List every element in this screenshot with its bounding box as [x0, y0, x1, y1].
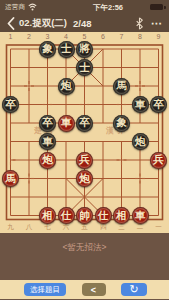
piece-black-r1c4[interactable]: 士 — [58, 41, 75, 58]
piece-red-r10c3[interactable]: 相 — [39, 207, 56, 224]
col-label-top: 7 — [120, 33, 124, 40]
col-label-bottom: 四 — [100, 223, 107, 232]
col-label-top: 9 — [157, 33, 161, 40]
piece-black-r5c3[interactable]: 卒 — [39, 115, 56, 132]
undo-move-button[interactable]: < — [82, 283, 106, 296]
piece-red-r7c5[interactable]: 兵 — [76, 152, 93, 169]
select-puzzle-button[interactable]: 选择题目 — [24, 283, 66, 296]
piece-red-r7c9[interactable]: 兵 — [150, 152, 167, 169]
col-label-top: 2 — [27, 33, 31, 40]
col-label-bottom: 八 — [26, 223, 33, 232]
status-bar: 运营商 下午2:56 — [0, 0, 169, 14]
piece-black-r5c7[interactable]: 象 — [113, 115, 130, 132]
nav-bar: 02.捉双(二) 2/48 ⋯ — [0, 14, 169, 32]
board[interactable]: 楚河 漢界 123456789九八七六五四三二一象士將士炮馬卒車卒卒車卒象車炮炮… — [0, 32, 169, 233]
piece-red-r8c5[interactable]: 炮 — [76, 170, 93, 187]
col-label-bottom: 三 — [118, 223, 125, 232]
app-window: 运营商 下午2:56 02.捉双(二) 2/48 ⋯ 楚河 漢界 1234567… — [0, 0, 169, 300]
piece-red-r10c7[interactable]: 相 — [113, 207, 130, 224]
piece-black-r1c5[interactable]: 將 — [76, 41, 93, 58]
reset-board-button[interactable]: ↻ — [121, 283, 147, 296]
piece-red-r8c1[interactable]: 馬 — [2, 170, 19, 187]
piece-black-r4c8[interactable]: 車 — [132, 96, 149, 113]
piece-black-r4c1[interactable]: 卒 — [2, 96, 19, 113]
piece-black-r6c8[interactable]: 炮 — [132, 133, 149, 150]
status-time: 下午2:56 — [93, 3, 123, 13]
nav-actions: ⋯ — [135, 17, 162, 30]
bluetooth-icon[interactable] — [135, 17, 144, 30]
piece-black-r5c5[interactable]: 卒 — [76, 115, 93, 132]
move-list-placeholder: <暂无招法> — [63, 242, 107, 254]
page-title: 02.捉双(二) — [19, 17, 67, 30]
piece-red-r10c6[interactable]: 仕 — [95, 207, 112, 224]
piece-black-r1c3[interactable]: 象 — [39, 41, 56, 58]
carrier-label: 运营商 — [5, 3, 25, 12]
col-label-bottom: 一 — [155, 223, 162, 232]
battery-icon — [150, 4, 163, 10]
col-label-bottom: 六 — [63, 223, 70, 232]
piece-red-r10c4[interactable]: 仕 — [58, 207, 75, 224]
piece-black-r6c3[interactable]: 車 — [39, 133, 56, 150]
piece-black-r2c5[interactable]: 士 — [76, 59, 93, 76]
piece-black-r3c7[interactable]: 馬 — [113, 78, 130, 95]
back-button[interactable] — [7, 17, 15, 30]
col-label-top: 3 — [46, 33, 50, 40]
more-menu-icon[interactable]: ⋯ — [151, 18, 162, 28]
bottom-toolbar: 选择题目 < ↻ — [0, 280, 169, 299]
piece-black-r4c9[interactable]: 卒 — [150, 96, 167, 113]
col-label-top: 5 — [83, 33, 87, 40]
col-label-bottom: 五 — [81, 223, 88, 232]
col-label-top: 4 — [64, 33, 68, 40]
col-label-top: 1 — [9, 33, 13, 40]
col-label-bottom: 九 — [7, 223, 14, 232]
piece-red-r10c8[interactable]: 車 — [132, 207, 149, 224]
piece-black-r3c4[interactable]: 炮 — [58, 78, 75, 95]
puzzle-progress: 2/48 — [73, 18, 92, 29]
col-label-bottom: 二 — [137, 223, 144, 232]
piece-red-r10c5[interactable]: 帥 — [76, 207, 93, 224]
col-label-top: 6 — [101, 33, 105, 40]
col-label-bottom: 七 — [44, 223, 51, 232]
piece-red-r7c3[interactable]: 炮 — [39, 152, 56, 169]
col-label-top: 8 — [138, 33, 142, 40]
piece-red-r5c4[interactable]: 車 — [58, 115, 75, 132]
message-area: <暂无招法> — [0, 233, 169, 280]
wifi-icon — [28, 3, 37, 11]
